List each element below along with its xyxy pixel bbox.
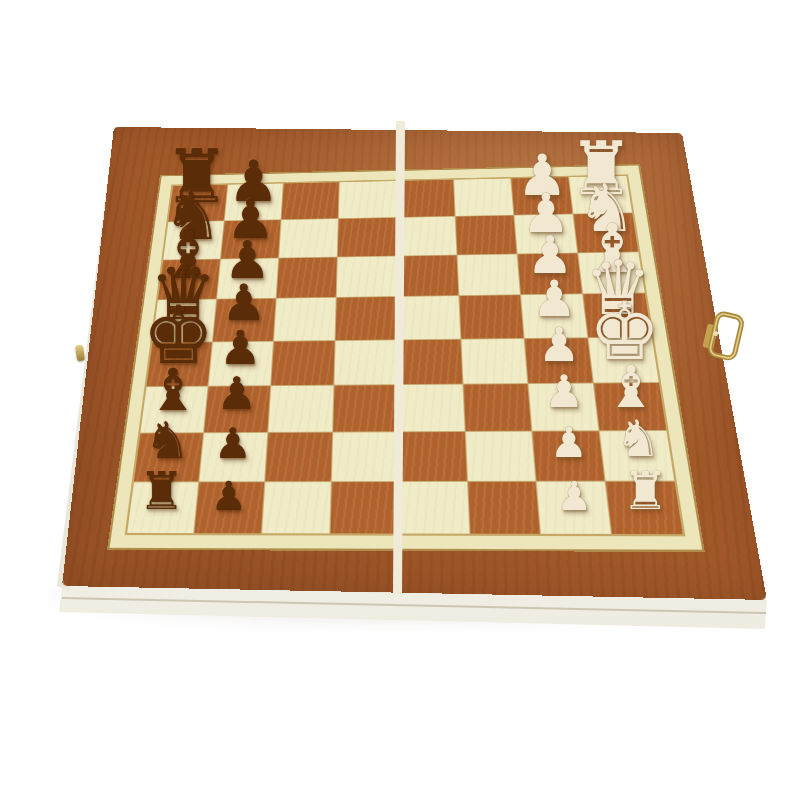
black-bishop-f8[interactable]: ♝ [147,361,199,419]
pieces-layer: ♜♞♝♛♚♝♞♜♟♟♟♟♟♟♟♟♟♟♟♟♟♟♟♟♜♞♝♛♚♝♞♜ [0,0,800,800]
white-pawn-h2[interactable]: ♟ [556,476,592,516]
white-pawn-g2[interactable]: ♟ [550,422,588,464]
black-rook-h8[interactable]: ♜ [138,465,185,517]
white-pawn-e2[interactable]: ♟ [538,321,580,368]
white-knight-g1[interactable]: ♞ [615,413,661,464]
black-pawn-g7[interactable]: ♟ [214,423,252,465]
white-pawn-f2[interactable]: ♟ [544,369,584,414]
black-pawn-e7[interactable]: ♟ [219,324,261,371]
white-rook-h1[interactable]: ♜ [622,465,669,517]
black-pawn-h7[interactable]: ♟ [211,475,247,515]
chess-set-photo: ♜♞♝♛♚♝♞♜♟♟♟♟♟♟♟♟♟♟♟♟♟♟♟♟♜♞♝♛♚♝♞♜ [0,0,800,800]
black-pawn-f7[interactable]: ♟ [217,372,257,417]
black-knight-g8[interactable]: ♞ [145,415,191,466]
white-bishop-f1[interactable]: ♝ [605,358,657,416]
